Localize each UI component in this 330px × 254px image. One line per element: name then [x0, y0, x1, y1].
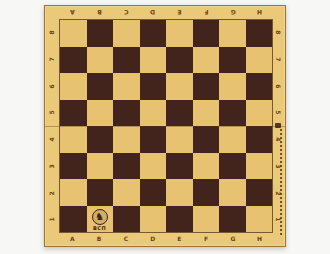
file-label-bottom-e: E: [166, 231, 193, 246]
square-h2[interactable]: [246, 179, 273, 206]
square-c6[interactable]: [113, 73, 140, 100]
square-f4[interactable]: [193, 126, 220, 153]
file-label-top-e: E: [166, 6, 193, 19]
file-label-top-g: G: [220, 6, 247, 19]
square-f8[interactable]: [193, 20, 220, 47]
file-label-bottom-g: G: [220, 231, 247, 246]
file-label-top-c: C: [113, 6, 140, 19]
square-a6[interactable]: [60, 73, 87, 100]
square-c5[interactable]: [113, 100, 140, 127]
file-label-top-h: H: [246, 6, 273, 19]
square-d3[interactable]: [140, 153, 167, 180]
square-a1[interactable]: [60, 206, 87, 233]
square-e3[interactable]: [166, 153, 193, 180]
file-label-bottom-d: D: [139, 231, 166, 246]
square-e7[interactable]: [166, 47, 193, 74]
square-g4[interactable]: [219, 126, 246, 153]
square-f6[interactable]: [193, 73, 220, 100]
square-f7[interactable]: [193, 47, 220, 74]
photo-background: ABCDEFGH ABCDEFGH 87654321 87654321 ♞ ВС…: [0, 0, 330, 254]
file-label-bottom-a: A: [59, 231, 86, 246]
square-c7[interactable]: [113, 47, 140, 74]
square-a4[interactable]: [60, 126, 87, 153]
file-labels-top: ABCDEFGH: [59, 6, 273, 19]
fold-seam: [45, 126, 285, 127]
square-e5[interactable]: [166, 100, 193, 127]
square-h6[interactable]: [246, 73, 273, 100]
square-a5[interactable]: [60, 100, 87, 127]
square-g3[interactable]: [219, 153, 246, 180]
square-a7[interactable]: [60, 47, 87, 74]
square-d6[interactable]: [140, 73, 167, 100]
file-label-bottom-h: H: [246, 231, 273, 246]
square-g7[interactable]: [219, 47, 246, 74]
square-h8[interactable]: [246, 20, 273, 47]
square-f2[interactable]: [193, 179, 220, 206]
square-d4[interactable]: [140, 126, 167, 153]
square-f1[interactable]: [193, 206, 220, 233]
square-a3[interactable]: [60, 153, 87, 180]
square-c8[interactable]: [113, 20, 140, 47]
square-f5[interactable]: [193, 100, 220, 127]
square-g2[interactable]: [219, 179, 246, 206]
square-d7[interactable]: [140, 47, 167, 74]
square-e8[interactable]: [166, 20, 193, 47]
file-label-bottom-f: F: [193, 231, 220, 246]
square-c3[interactable]: [113, 153, 140, 180]
square-e4[interactable]: [166, 126, 193, 153]
square-b5[interactable]: [87, 100, 114, 127]
square-h5[interactable]: [246, 100, 273, 127]
square-c2[interactable]: [113, 179, 140, 206]
square-b2[interactable]: [87, 179, 114, 206]
square-b3[interactable]: [87, 153, 114, 180]
file-label-top-b: B: [86, 6, 113, 19]
square-b6[interactable]: [87, 73, 114, 100]
file-label-top-f: F: [193, 6, 220, 19]
square-g5[interactable]: [219, 100, 246, 127]
square-c4[interactable]: [113, 126, 140, 153]
square-g8[interactable]: [219, 20, 246, 47]
square-b4[interactable]: [87, 126, 114, 153]
square-d2[interactable]: [140, 179, 167, 206]
square-g6[interactable]: [219, 73, 246, 100]
square-e2[interactable]: [166, 179, 193, 206]
square-e6[interactable]: [166, 73, 193, 100]
square-b1[interactable]: [87, 206, 114, 233]
square-h7[interactable]: [246, 47, 273, 74]
square-d8[interactable]: [140, 20, 167, 47]
square-h1[interactable]: [246, 206, 273, 233]
square-b8[interactable]: [87, 20, 114, 47]
square-d1[interactable]: [140, 206, 167, 233]
square-h3[interactable]: [246, 153, 273, 180]
edge-mark-icon: [275, 123, 281, 128]
square-d5[interactable]: [140, 100, 167, 127]
file-label-top-d: D: [139, 6, 166, 19]
file-label-top-a: A: [59, 6, 86, 19]
file-label-bottom-c: C: [113, 231, 140, 246]
square-b7[interactable]: [87, 47, 114, 74]
square-e1[interactable]: [166, 206, 193, 233]
file-labels-bottom: ABCDEFGH: [59, 231, 273, 246]
file-label-bottom-b: B: [86, 231, 113, 246]
manufacturer-microtext: [280, 129, 282, 237]
square-a2[interactable]: [60, 179, 87, 206]
square-g1[interactable]: [219, 206, 246, 233]
square-c1[interactable]: [113, 206, 140, 233]
square-f3[interactable]: [193, 153, 220, 180]
square-h4[interactable]: [246, 126, 273, 153]
chess-board-mat: ABCDEFGH ABCDEFGH 87654321 87654321 ♞ ВС…: [44, 5, 286, 247]
square-a8[interactable]: [60, 20, 87, 47]
